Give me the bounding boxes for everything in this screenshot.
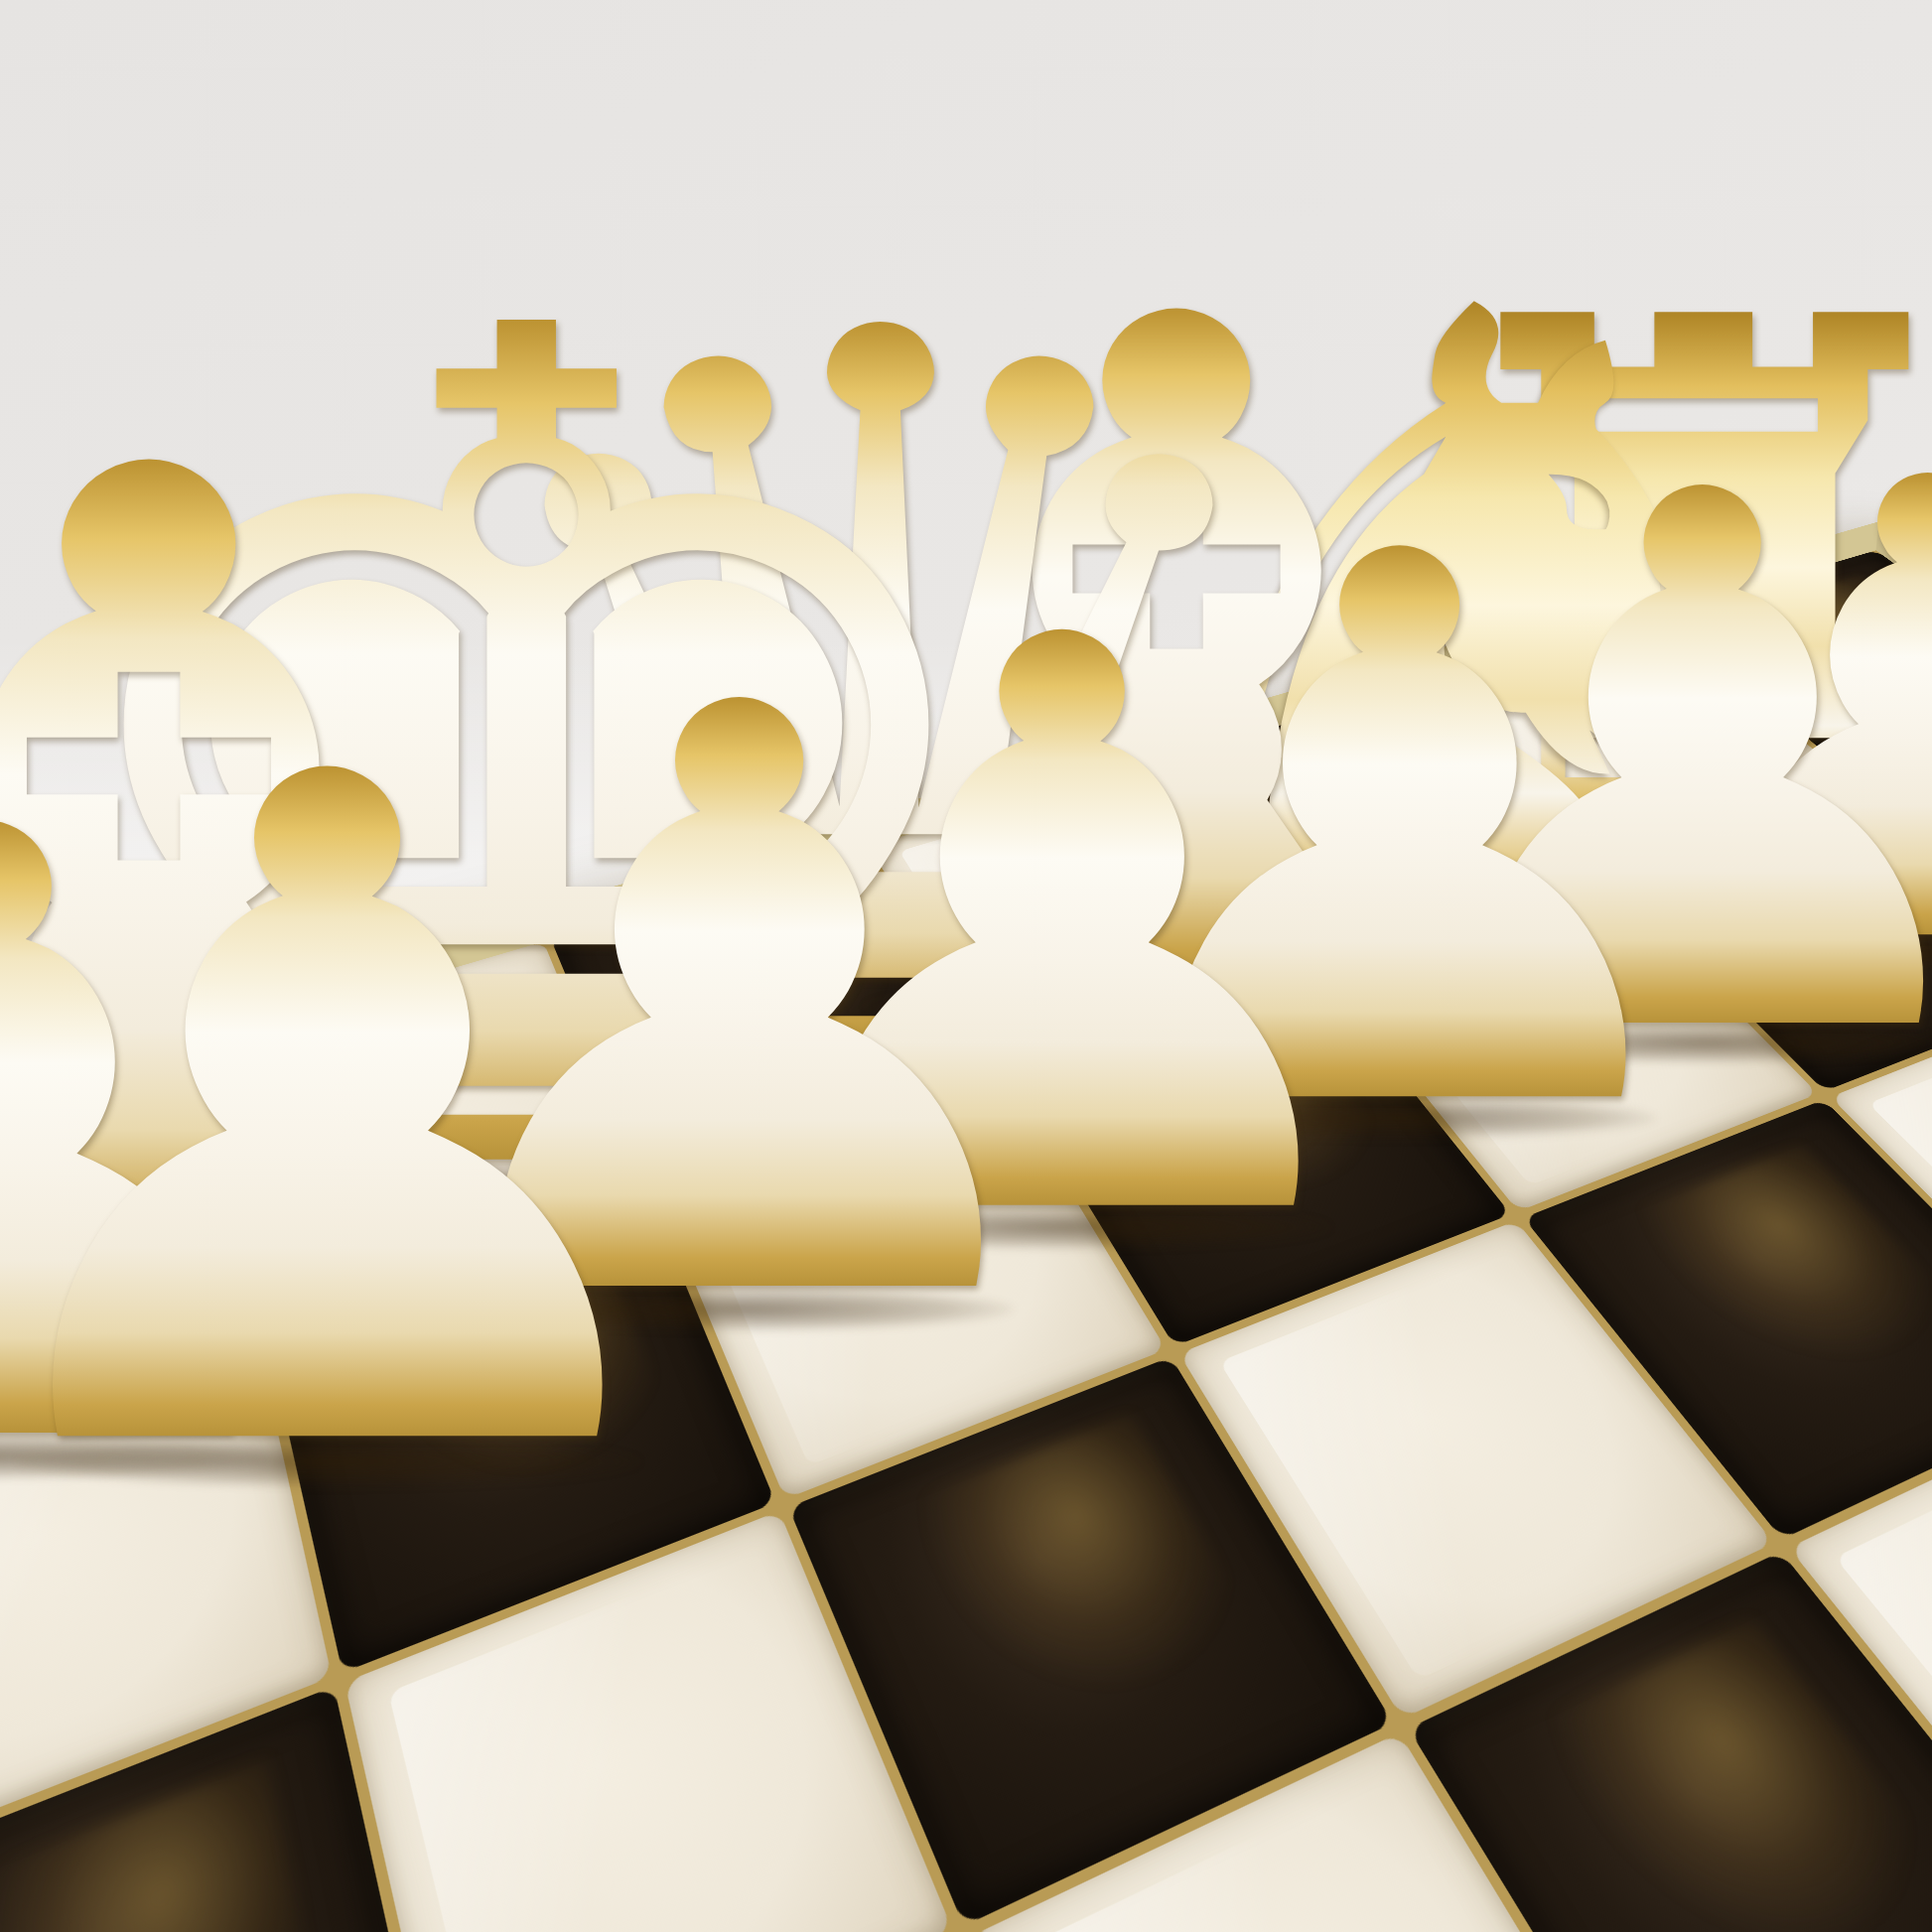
piece-white-pawn-f2[interactable]: ♟ (0, 760, 739, 1476)
pieces-layer: ♟♝♟♚♟♛♟♝♟♞♟♜♟ (0, 0, 1932, 1932)
white-pawn-glyph: ♟ (0, 760, 739, 1476)
photo-frame: ♟♝♟♚♟♛♟♝♟♞♟♜♟ (0, 0, 1932, 1932)
